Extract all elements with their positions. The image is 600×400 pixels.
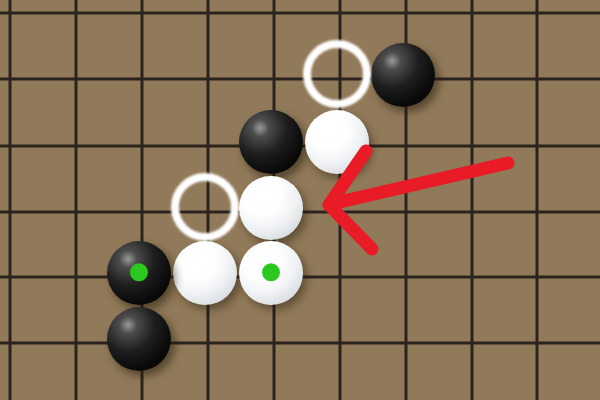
go-board[interactable] [0,0,600,400]
arrow-annotation [0,0,600,400]
